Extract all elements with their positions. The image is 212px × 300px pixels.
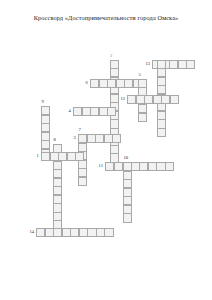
clue-number-7: 7 (79, 128, 81, 133)
clue-number-9: 9 (42, 100, 44, 105)
word-4-across (73, 107, 116, 116)
word-12-across (127, 95, 179, 104)
clue-number-10: 10 (124, 156, 129, 161)
word-14-across (36, 228, 114, 237)
cell-1a-5[interactable] (75, 152, 84, 161)
word-11-across (105, 162, 174, 171)
clue-number-11: 11 (99, 164, 103, 169)
clue-number-3: 3 (74, 136, 76, 141)
cell-3a-5[interactable] (112, 134, 121, 143)
cell-7d-6[interactable] (78, 177, 87, 186)
clue-number-5: 5 (139, 73, 141, 78)
cell-13a-5[interactable] (186, 60, 195, 69)
cell-4a-5[interactable] (107, 107, 116, 116)
word-6-across (90, 79, 142, 88)
clue-number-14: 14 (30, 230, 35, 235)
cell-14a-9[interactable] (104, 228, 113, 237)
cell-5d-5[interactable] (138, 113, 147, 122)
clue-number-13: 13 (146, 62, 151, 67)
cell-13d-9[interactable] (157, 128, 166, 137)
word-10-down (123, 162, 132, 223)
cell-12a-6[interactable] (170, 95, 179, 104)
cell-10d-7[interactable] (123, 213, 132, 222)
word-9-down (41, 106, 50, 158)
clue-number-1: 1 (37, 154, 39, 159)
clue-number-12: 12 (121, 97, 126, 102)
clue-number-2: 2 (110, 54, 112, 59)
word-1-across (41, 152, 84, 161)
cell-11a-8[interactable] (165, 162, 174, 171)
clue-number-4: 4 (69, 109, 71, 114)
clue-number-8: 8 (54, 138, 56, 143)
crossword-page: Кроссворд «Достопримечательности города … (0, 0, 212, 300)
clue-number-6: 6 (86, 81, 88, 86)
crossword-title: Кроссворд «Достопримечательности города … (0, 14, 212, 21)
